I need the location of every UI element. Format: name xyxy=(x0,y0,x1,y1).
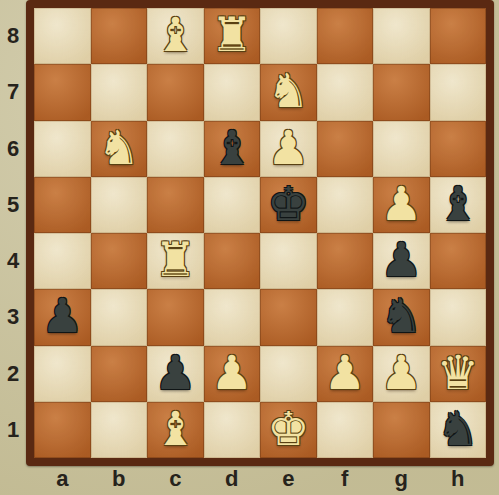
square-e4[interactable] xyxy=(260,233,317,289)
piece-white-pawn: ♟ xyxy=(211,346,253,400)
piece-black-pawn: ♟ xyxy=(41,289,83,343)
piece-white-bishop: ♝ xyxy=(154,402,196,456)
square-e6[interactable]: ♟ xyxy=(260,121,317,177)
square-e2[interactable] xyxy=(260,346,317,402)
chess-board: ♝♜♞♞♝♟♚♟♝♜♟♟♞♟♟♟♟♛♝♚♞ xyxy=(26,0,494,466)
square-c8[interactable]: ♝ xyxy=(147,8,204,64)
square-a5[interactable] xyxy=(34,177,91,233)
square-e3[interactable] xyxy=(260,289,317,345)
square-a8[interactable] xyxy=(34,8,91,64)
square-c4[interactable]: ♜ xyxy=(147,233,204,289)
square-h8[interactable] xyxy=(430,8,487,64)
square-a6[interactable] xyxy=(34,121,91,177)
square-d4[interactable] xyxy=(204,233,261,289)
square-g7[interactable] xyxy=(373,64,430,120)
square-d6[interactable]: ♝ xyxy=(204,121,261,177)
square-c7[interactable] xyxy=(147,64,204,120)
file-label-d: d xyxy=(204,464,261,494)
square-c2[interactable]: ♟ xyxy=(147,346,204,402)
rank-label-8: 8 xyxy=(0,8,26,64)
rank-label-1: 1 xyxy=(0,402,26,458)
piece-white-rook: ♜ xyxy=(211,8,253,62)
square-d7[interactable] xyxy=(204,64,261,120)
rank-labels: 8 7 6 5 4 3 2 1 xyxy=(0,8,26,458)
piece-white-rook: ♜ xyxy=(154,233,196,287)
square-f1[interactable] xyxy=(317,402,374,458)
square-e5[interactable]: ♚ xyxy=(260,177,317,233)
rank-label-4: 4 xyxy=(0,233,26,289)
square-b3[interactable] xyxy=(91,289,148,345)
rank-label-2: 2 xyxy=(0,346,26,402)
square-g1[interactable] xyxy=(373,402,430,458)
square-d8[interactable]: ♜ xyxy=(204,8,261,64)
piece-white-knight: ♞ xyxy=(267,64,309,118)
piece-white-pawn: ♟ xyxy=(380,346,422,400)
piece-black-pawn: ♟ xyxy=(154,346,196,400)
page-background: 8 7 6 5 4 3 2 1 ♝♜♞♞♝♟♚♟♝♜♟♟♞♟♟♟♟♛♝♚♞ a … xyxy=(0,0,499,495)
square-h5[interactable]: ♝ xyxy=(430,177,487,233)
square-h6[interactable] xyxy=(430,121,487,177)
square-f2[interactable]: ♟ xyxy=(317,346,374,402)
piece-white-queen: ♛ xyxy=(437,346,479,400)
square-b8[interactable] xyxy=(91,8,148,64)
square-f4[interactable] xyxy=(317,233,374,289)
square-b7[interactable] xyxy=(91,64,148,120)
file-labels: a b c d e f g h xyxy=(34,464,486,494)
file-label-f: f xyxy=(317,464,374,494)
square-c5[interactable] xyxy=(147,177,204,233)
file-label-h: h xyxy=(430,464,487,494)
square-f7[interactable] xyxy=(317,64,374,120)
file-label-a: a xyxy=(34,464,91,494)
board-squares: ♝♜♞♞♝♟♚♟♝♜♟♟♞♟♟♟♟♛♝♚♞ xyxy=(34,8,486,458)
file-label-g: g xyxy=(373,464,430,494)
piece-black-bishop: ♝ xyxy=(211,121,253,175)
square-f3[interactable] xyxy=(317,289,374,345)
square-h2[interactable]: ♛ xyxy=(430,346,487,402)
square-c1[interactable]: ♝ xyxy=(147,402,204,458)
piece-black-knight: ♞ xyxy=(380,289,422,343)
square-f6[interactable] xyxy=(317,121,374,177)
rank-label-3: 3 xyxy=(0,289,26,345)
rank-label-5: 5 xyxy=(0,177,26,233)
square-h1[interactable]: ♞ xyxy=(430,402,487,458)
square-a3[interactable]: ♟ xyxy=(34,289,91,345)
square-b4[interactable] xyxy=(91,233,148,289)
piece-white-pawn: ♟ xyxy=(324,346,366,400)
file-label-b: b xyxy=(91,464,148,494)
square-g3[interactable]: ♞ xyxy=(373,289,430,345)
square-h3[interactable] xyxy=(430,289,487,345)
file-label-e: e xyxy=(260,464,317,494)
square-b1[interactable] xyxy=(91,402,148,458)
piece-white-king: ♚ xyxy=(267,402,309,456)
square-a4[interactable] xyxy=(34,233,91,289)
square-f8[interactable] xyxy=(317,8,374,64)
piece-black-king: ♚ xyxy=(267,177,309,231)
square-d1[interactable] xyxy=(204,402,261,458)
square-c3[interactable] xyxy=(147,289,204,345)
square-e8[interactable] xyxy=(260,8,317,64)
square-d2[interactable]: ♟ xyxy=(204,346,261,402)
square-d5[interactable] xyxy=(204,177,261,233)
file-label-c: c xyxy=(147,464,204,494)
square-c6[interactable] xyxy=(147,121,204,177)
piece-white-pawn: ♟ xyxy=(267,121,309,175)
square-g2[interactable]: ♟ xyxy=(373,346,430,402)
square-h4[interactable] xyxy=(430,233,487,289)
square-a7[interactable] xyxy=(34,64,91,120)
square-b6[interactable]: ♞ xyxy=(91,121,148,177)
square-g4[interactable]: ♟ xyxy=(373,233,430,289)
square-d3[interactable] xyxy=(204,289,261,345)
piece-black-bishop: ♝ xyxy=(437,177,479,231)
piece-white-knight: ♞ xyxy=(98,121,140,175)
piece-white-pawn: ♟ xyxy=(380,177,422,231)
piece-white-bishop: ♝ xyxy=(154,8,196,62)
rank-label-7: 7 xyxy=(0,64,26,120)
rank-label-6: 6 xyxy=(0,121,26,177)
piece-black-pawn: ♟ xyxy=(380,233,422,287)
square-a1[interactable] xyxy=(34,402,91,458)
square-b2[interactable] xyxy=(91,346,148,402)
square-g6[interactable] xyxy=(373,121,430,177)
piece-black-knight: ♞ xyxy=(437,402,479,456)
square-e7[interactable]: ♞ xyxy=(260,64,317,120)
square-a2[interactable] xyxy=(34,346,91,402)
square-b5[interactable] xyxy=(91,177,148,233)
square-f5[interactable] xyxy=(317,177,374,233)
square-h7[interactable] xyxy=(430,64,487,120)
square-e1[interactable]: ♚ xyxy=(260,402,317,458)
square-g8[interactable] xyxy=(373,8,430,64)
square-g5[interactable]: ♟ xyxy=(373,177,430,233)
